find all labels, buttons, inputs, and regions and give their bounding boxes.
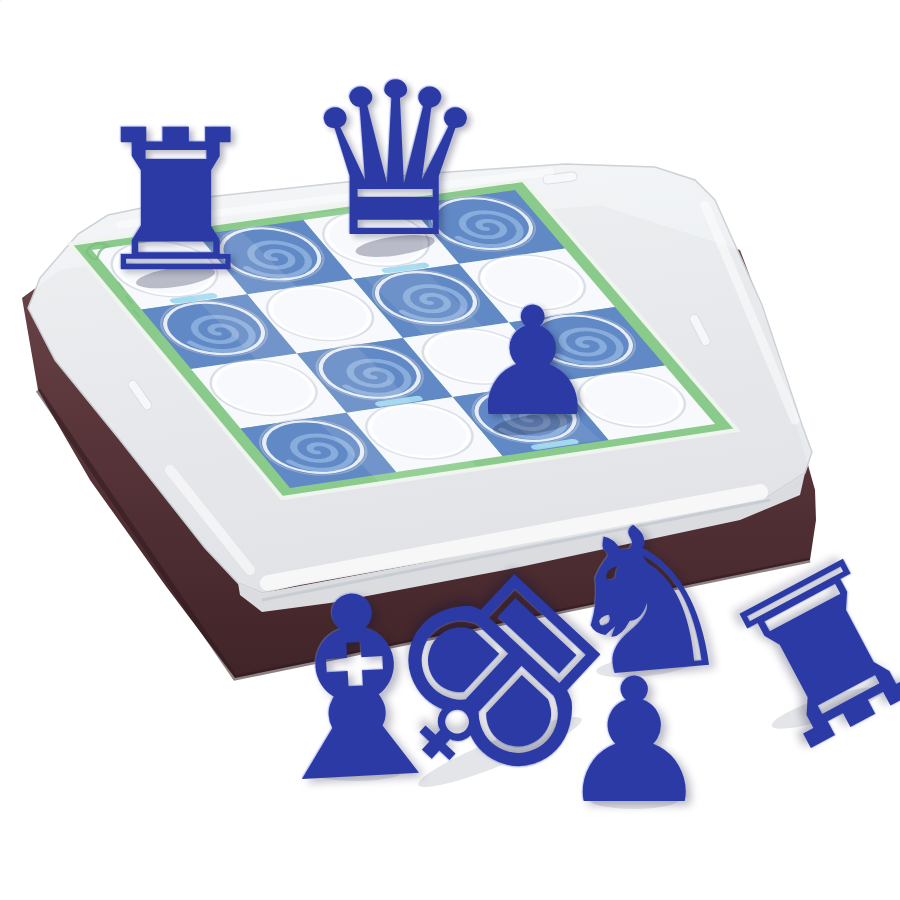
printed-knight-symbol-b2: ♞ bbox=[0, 0, 1, 1]
product-photo-scene: Solitaire Chess puzzle game box: 4x4 boa… bbox=[0, 0, 900, 900]
piece-rook-a4[interactable]: ♜ bbox=[88, 105, 263, 300]
piece-pawn-c1[interactable]: ♟ bbox=[465, 287, 599, 437]
piece-queen-c4[interactable]: ♛ bbox=[300, 55, 490, 267]
piece-pawn-loose[interactable]: ♟ bbox=[557, 656, 711, 828]
